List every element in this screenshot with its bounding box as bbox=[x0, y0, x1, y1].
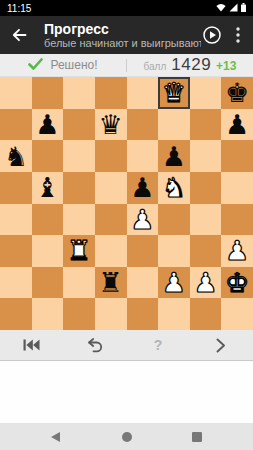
app-header: Прогресс белые начинают и выигрывают bbox=[0, 16, 253, 54]
square-a7[interactable] bbox=[0, 109, 32, 141]
square-b4[interactable] bbox=[32, 204, 64, 236]
square-e4[interactable]: ♟ bbox=[127, 204, 159, 236]
square-c3[interactable]: ♜ bbox=[63, 235, 95, 267]
square-e7[interactable] bbox=[127, 109, 159, 141]
square-g6[interactable] bbox=[190, 140, 222, 172]
square-a3[interactable] bbox=[0, 235, 32, 267]
solved-status: Решено! bbox=[0, 56, 126, 74]
square-h7[interactable]: ♟ bbox=[221, 109, 253, 141]
skip-to-start-icon bbox=[23, 339, 40, 351]
square-c2[interactable] bbox=[63, 267, 95, 299]
black-rook-d2: ♜ bbox=[99, 269, 123, 296]
skip-to-start-button[interactable] bbox=[0, 330, 63, 360]
undo-move-button[interactable] bbox=[63, 330, 126, 360]
square-d1[interactable] bbox=[95, 298, 127, 330]
puzzle-toolbar: ? bbox=[0, 330, 253, 361]
square-c5[interactable] bbox=[63, 172, 95, 204]
square-e8[interactable] bbox=[127, 77, 159, 109]
square-h4[interactable] bbox=[221, 204, 253, 236]
nav-recents-button[interactable] bbox=[182, 423, 212, 450]
square-d6[interactable] bbox=[95, 140, 127, 172]
status-bar: 11:15 bbox=[0, 0, 253, 16]
overflow-menu-icon bbox=[236, 27, 240, 43]
white-pawn-e4: ♟ bbox=[130, 206, 154, 233]
rating-display: балл 1429 +13 bbox=[127, 55, 253, 75]
square-g7[interactable] bbox=[190, 109, 222, 141]
square-a4[interactable] bbox=[0, 204, 32, 236]
black-pawn-h7: ♟ bbox=[225, 111, 249, 138]
square-d4[interactable] bbox=[95, 204, 127, 236]
black-pawn-b7: ♟ bbox=[35, 111, 59, 138]
square-c7[interactable] bbox=[63, 109, 95, 141]
status-icons bbox=[216, 3, 246, 14]
square-h3[interactable]: ♟ bbox=[221, 235, 253, 267]
white-rook-c3: ♜ bbox=[67, 237, 91, 264]
black-queen-d7: ♛ bbox=[99, 111, 123, 138]
black-knight-a6: ♞ bbox=[4, 143, 28, 170]
undo-icon bbox=[87, 338, 103, 353]
next-puzzle-button[interactable] bbox=[190, 330, 253, 360]
square-h1[interactable] bbox=[221, 298, 253, 330]
square-e3[interactable] bbox=[127, 235, 159, 267]
square-f5[interactable]: ♞ bbox=[158, 172, 190, 204]
square-f6[interactable]: ♟ bbox=[158, 140, 190, 172]
square-b5[interactable]: ♝ bbox=[32, 172, 64, 204]
square-a5[interactable] bbox=[0, 172, 32, 204]
square-b6[interactable] bbox=[32, 140, 64, 172]
square-d3[interactable] bbox=[95, 235, 127, 267]
square-d7[interactable]: ♛ bbox=[95, 109, 127, 141]
square-b7[interactable]: ♟ bbox=[32, 109, 64, 141]
white-queen-f8: ♛ bbox=[162, 79, 186, 106]
header-text: Прогресс белые начинают и выигрывают bbox=[44, 21, 201, 50]
square-f7[interactable] bbox=[158, 109, 190, 141]
play-circle-icon bbox=[202, 25, 222, 45]
next-chevron-icon bbox=[216, 338, 226, 353]
white-pawn-h3: ♟ bbox=[225, 237, 249, 264]
nav-home-button[interactable] bbox=[112, 423, 142, 450]
hint-button[interactable]: ? bbox=[127, 330, 190, 360]
square-f2[interactable]: ♟ bbox=[158, 267, 190, 299]
square-g3[interactable] bbox=[190, 235, 222, 267]
white-king-h2: ♚ bbox=[225, 269, 249, 296]
nav-home-icon bbox=[122, 432, 132, 442]
check-icon bbox=[28, 56, 43, 74]
back-arrow-icon bbox=[11, 27, 27, 43]
square-h5[interactable] bbox=[221, 172, 253, 204]
square-h6[interactable] bbox=[221, 140, 253, 172]
help-question-icon: ? bbox=[154, 337, 163, 353]
square-b1[interactable] bbox=[32, 298, 64, 330]
square-b3[interactable] bbox=[32, 235, 64, 267]
square-f8[interactable]: ♛ bbox=[158, 77, 190, 109]
square-b2[interactable] bbox=[32, 267, 64, 299]
square-a6[interactable]: ♞ bbox=[0, 140, 32, 172]
square-f4[interactable] bbox=[158, 204, 190, 236]
square-g2[interactable]: ♟ bbox=[190, 267, 222, 299]
score-row: Решено! балл 1429 +13 bbox=[0, 54, 253, 77]
square-c6[interactable] bbox=[63, 140, 95, 172]
nav-back-icon bbox=[51, 432, 60, 442]
android-nav-bar bbox=[0, 423, 253, 450]
square-h8[interactable]: ♚ bbox=[221, 77, 253, 109]
score-value: 1429 bbox=[171, 55, 211, 75]
square-e1[interactable] bbox=[127, 298, 159, 330]
square-d2[interactable]: ♜ bbox=[95, 267, 127, 299]
battery-icon bbox=[241, 3, 246, 14]
square-e2[interactable] bbox=[127, 267, 159, 299]
white-pawn-g2: ♟ bbox=[193, 269, 217, 296]
overflow-menu-button[interactable] bbox=[231, 24, 245, 46]
square-g4[interactable] bbox=[190, 204, 222, 236]
square-g8[interactable] bbox=[190, 77, 222, 109]
black-pawn-e5: ♟ bbox=[130, 174, 154, 201]
score-delta: +13 bbox=[216, 59, 236, 73]
square-b8[interactable] bbox=[32, 77, 64, 109]
white-pawn-f2: ♟ bbox=[162, 269, 186, 296]
square-c4[interactable] bbox=[63, 204, 95, 236]
square-e6[interactable] bbox=[127, 140, 159, 172]
play-button[interactable] bbox=[201, 24, 223, 46]
square-c1[interactable] bbox=[63, 298, 95, 330]
square-f1[interactable] bbox=[158, 298, 190, 330]
wifi-icon bbox=[216, 3, 226, 14]
square-d8[interactable] bbox=[95, 77, 127, 109]
black-king-h8: ♚ bbox=[225, 79, 249, 106]
square-f3[interactable] bbox=[158, 235, 190, 267]
puzzle-goal-subtitle: белые начинают и выигрывают bbox=[44, 37, 201, 50]
square-g1[interactable] bbox=[190, 298, 222, 330]
chess-board[interactable]: ♛♚♟♛♟♞♟♝♟♞♟♜♟♜♟♟♚ bbox=[0, 77, 253, 330]
black-bishop-b5: ♝ bbox=[35, 174, 59, 201]
black-pawn-f6: ♟ bbox=[162, 143, 186, 170]
square-c8[interactable] bbox=[63, 77, 95, 109]
clock-time: 11:15 bbox=[7, 3, 31, 14]
square-a8[interactable] bbox=[0, 77, 32, 109]
square-a2[interactable] bbox=[0, 267, 32, 299]
content-gap bbox=[0, 361, 253, 423]
signal-icon bbox=[229, 3, 238, 14]
square-a1[interactable] bbox=[0, 298, 32, 330]
nav-back-button[interactable] bbox=[41, 423, 71, 450]
score-label: балл bbox=[144, 61, 167, 72]
white-knight-f5: ♞ bbox=[162, 174, 186, 201]
square-g5[interactable] bbox=[190, 172, 222, 204]
solved-label: Решено! bbox=[50, 58, 97, 72]
square-e5[interactable]: ♟ bbox=[127, 172, 159, 204]
page-title: Прогресс bbox=[44, 21, 201, 37]
back-button[interactable] bbox=[8, 24, 30, 46]
nav-recents-icon bbox=[192, 432, 202, 442]
square-d5[interactable] bbox=[95, 172, 127, 204]
square-h2[interactable]: ♚ bbox=[221, 267, 253, 299]
